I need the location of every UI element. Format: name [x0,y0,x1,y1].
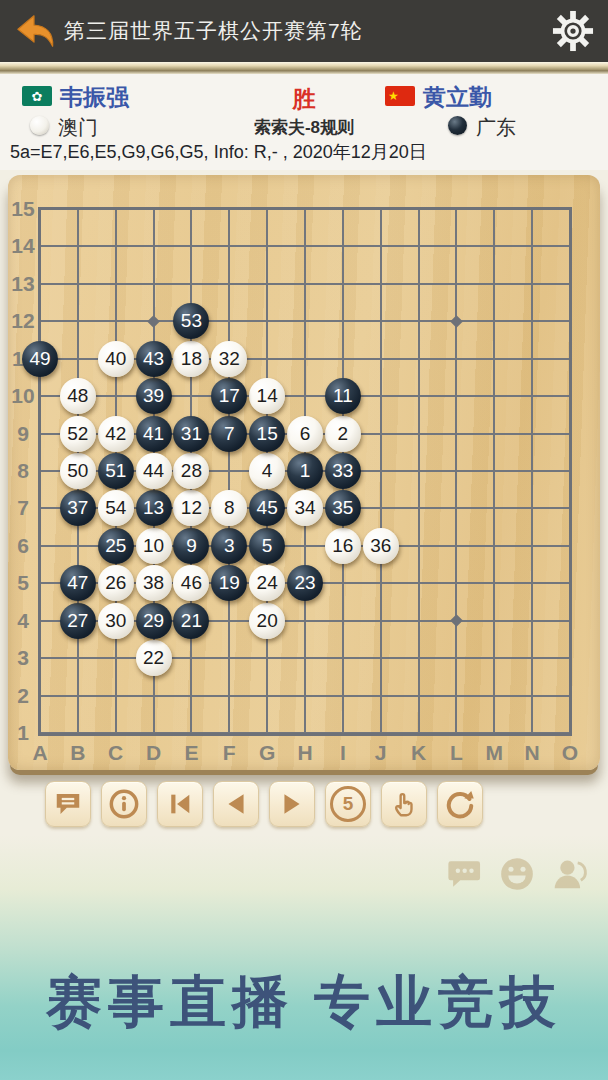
chat-bubbles-icon[interactable] [446,855,484,893]
stone-29-D4: 29 [136,603,172,639]
stone-36-J6: 36 [363,528,399,564]
row-label: 10 [8,384,38,408]
stone-54-C7: 54 [98,490,134,526]
refresh-icon [445,789,475,819]
stone-30-C4: 30 [98,603,134,639]
skip-start-icon [166,790,194,818]
column-label: G [252,741,282,765]
hand-pointer-icon [389,789,419,819]
stone-42-C9: 42 [98,416,134,452]
row-label: 9 [8,422,38,446]
stone-27-B4: 27 [60,603,96,639]
next-move-button[interactable] [269,781,315,827]
column-label: I [328,741,358,765]
row-label: 12 [8,309,38,333]
column-label: H [290,741,320,765]
stone-13-D7: 13 [136,490,172,526]
column-label: L [441,741,471,765]
row-label: 6 [8,534,38,558]
stone-40-C11: 40 [98,341,134,377]
stone-23-H5: 23 [287,565,323,601]
stone-39-D10: 39 [136,378,172,414]
stone-48-B10: 48 [60,378,96,414]
circled-5-icon: 5 [330,786,366,822]
row-label: 14 [8,234,38,258]
stone-51-C8: 51 [98,453,134,489]
row-label: 3 [8,646,38,670]
comment-button[interactable] [45,781,91,827]
stone-2-I9: 2 [325,416,361,452]
column-label: D [139,741,169,765]
stone-43-D11: 43 [136,341,172,377]
stone-38-D5: 38 [136,565,172,601]
skip-to-start-button[interactable] [157,781,203,827]
row-label: 15 [8,197,38,221]
stone-50-B8: 50 [60,453,96,489]
stone-41-D9: 41 [136,416,172,452]
hand-tool-button[interactable] [381,781,427,827]
gomoku-board[interactable]: 123456789101112131415ABCDEFGHIJKLMNO1234… [8,175,600,770]
gear-icon [552,10,594,52]
stone-10-D6: 10 [136,528,172,564]
rule-label: 索索夫-8规则 [0,116,608,139]
column-label: K [404,741,434,765]
column-label: M [479,741,509,765]
speech-bubble-icon [53,789,83,819]
stone-4-G8: 4 [249,453,285,489]
back-arrow-icon [12,10,56,52]
jump-five-button[interactable]: 5 [325,781,371,827]
header-divider-strip [0,62,608,74]
stone-11-I10: 11 [325,378,361,414]
opening-info-line: 5a=E7,E6,E5,G9,G6,G5, Info: R,- , 2020年1… [10,140,427,164]
stone-44-D8: 44 [136,453,172,489]
promo-banner-text: 赛事直播 专业竞技 [0,965,608,1041]
column-label: E [176,741,206,765]
stone-32-F11: 32 [211,341,247,377]
stone-6-H9: 6 [287,416,323,452]
person-icon[interactable] [550,855,588,893]
stone-21-E4: 21 [173,603,209,639]
stone-7-F9: 7 [211,416,247,452]
replay-controls: 5 [45,781,483,827]
stone-15-G9: 15 [249,416,285,452]
column-label: C [101,741,131,765]
stone-16-I6: 16 [325,528,361,564]
black-player-name: 黄立勤 [423,82,492,113]
refresh-button[interactable] [437,781,483,827]
column-label: F [214,741,244,765]
stone-18-E11: 18 [173,341,209,377]
china-flag-icon: ★ [385,86,415,106]
row-label: 5 [8,571,38,595]
result-label: 胜 [0,84,608,115]
black-stone-icon [448,116,467,135]
stone-31-E9: 31 [173,416,209,452]
row-label: 2 [8,684,38,708]
stone-49-A11: 49 [22,341,58,377]
row-label: 13 [8,272,38,296]
stone-33-I8: 33 [325,453,361,489]
stone-25-C6: 25 [98,528,134,564]
row-label: 7 [8,496,38,520]
left-arrow-icon [223,791,249,817]
page-title: 第三届世界五子棋公开赛第7轮 [64,17,363,45]
stone-52-B9: 52 [60,416,96,452]
footer-icon-row [446,855,588,893]
stone-22-D3: 22 [136,640,172,676]
stone-26-C5: 26 [98,565,134,601]
row-label: 8 [8,459,38,483]
stone-5-G6: 5 [249,528,285,564]
stone-3-F6: 3 [211,528,247,564]
back-button[interactable] [8,7,60,55]
match-info-panel: ✿ 韦振强 胜 ★ 黄立勤 澳门 索索夫-8规则 广东 5a=E7,E6,E5,… [0,74,608,170]
column-label: B [63,741,93,765]
black-player-region: 广东 [476,114,516,141]
info-button[interactable] [101,781,147,827]
column-label: A [25,741,55,765]
settings-button[interactable] [550,8,596,54]
board-grid[interactable]: 123456789101112131415ABCDEFGHIJKLMNO1234… [8,175,600,770]
top-bar: 第三届世界五子棋公开赛第7轮 [0,0,608,62]
smiley-icon[interactable] [498,855,536,893]
info-icon [108,788,140,820]
column-label: O [555,741,585,765]
right-arrow-icon [279,791,305,817]
stone-47-B5: 47 [60,565,96,601]
stone-1-H8: 1 [287,453,323,489]
column-label: J [366,741,396,765]
column-label: N [517,741,547,765]
row-label: 4 [8,609,38,633]
stone-20-G4: 20 [249,603,285,639]
previous-move-button[interactable] [213,781,259,827]
